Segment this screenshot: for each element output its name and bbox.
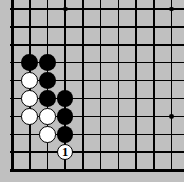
black-stone	[39, 54, 56, 71]
black-stone	[39, 72, 56, 89]
white-stone	[21, 90, 38, 107]
white-stone-move-1: 1	[57, 144, 74, 161]
go-diagram: 1	[0, 0, 184, 182]
black-stone	[57, 108, 74, 125]
star-point	[63, 7, 68, 12]
white-stone	[21, 72, 38, 89]
white-stone	[21, 108, 38, 125]
white-stone	[39, 108, 56, 125]
move-number-label: 1	[62, 145, 68, 158]
grid-line-horizontal	[10, 151, 184, 153]
black-stone	[21, 54, 38, 71]
grid-line-horizontal	[10, 8, 184, 10]
black-stone	[39, 90, 56, 107]
grid-line-horizontal	[10, 134, 184, 136]
board-edge-bottom	[10, 169, 184, 172]
black-stone	[57, 90, 74, 107]
black-stone	[57, 126, 74, 143]
grid-line-horizontal	[10, 26, 184, 28]
star-point	[169, 114, 174, 119]
grid-line-horizontal	[10, 44, 184, 46]
star-point	[169, 7, 174, 12]
white-stone	[39, 126, 56, 143]
go-board[interactable]: 1	[0, 0, 184, 182]
